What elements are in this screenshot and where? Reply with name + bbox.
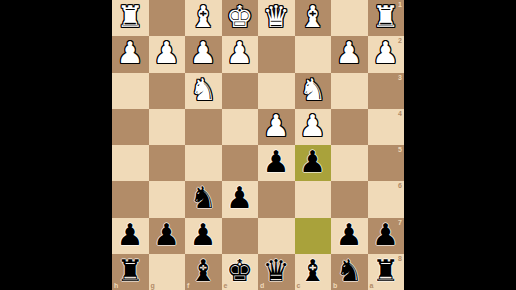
square-g8[interactable]: g <box>149 254 186 290</box>
square-b2[interactable]: ♟ <box>331 36 368 72</box>
white-pawn-g2[interactable]: ♟ <box>153 38 180 68</box>
square-f1[interactable]: ♝ <box>185 0 222 36</box>
rank-label-4: 4 <box>398 110 402 117</box>
black-bishop-f8[interactable]: ♝ <box>190 256 217 286</box>
rank-label-7: 7 <box>398 219 402 226</box>
rank-label-6: 6 <box>398 182 402 189</box>
file-label-d: d <box>260 282 264 289</box>
square-e4[interactable] <box>222 109 259 145</box>
square-c1[interactable]: ♝ <box>295 0 332 36</box>
square-h7[interactable]: ♟ <box>112 218 149 254</box>
square-f8[interactable]: ♝f <box>185 254 222 290</box>
file-label-e: e <box>224 282 228 289</box>
square-d2[interactable] <box>258 36 295 72</box>
square-g4[interactable] <box>149 109 186 145</box>
file-label-b: b <box>333 282 337 289</box>
square-c5[interactable]: ♟ <box>295 145 332 181</box>
white-rook-a1[interactable]: ♜ <box>372 2 399 32</box>
square-d7[interactable] <box>258 218 295 254</box>
white-pawn-f2[interactable]: ♟ <box>190 38 217 68</box>
square-h2[interactable]: ♟ <box>112 36 149 72</box>
file-label-h: h <box>114 282 118 289</box>
white-pawn-b2[interactable]: ♟ <box>336 38 363 68</box>
white-pawn-d4[interactable]: ♟ <box>263 111 290 141</box>
white-king-e1[interactable]: ♚ <box>226 2 253 32</box>
square-c7[interactable] <box>295 218 332 254</box>
square-a4[interactable]: 4 <box>368 109 405 145</box>
white-bishop-f1[interactable]: ♝ <box>190 2 217 32</box>
white-pawn-c4[interactable]: ♟ <box>299 111 326 141</box>
square-g2[interactable]: ♟ <box>149 36 186 72</box>
black-pawn-f7[interactable]: ♟ <box>190 220 217 250</box>
square-d3[interactable] <box>258 73 295 109</box>
square-d6[interactable] <box>258 181 295 217</box>
square-e5[interactable] <box>222 145 259 181</box>
square-g1[interactable] <box>149 0 186 36</box>
square-h8[interactable]: ♜h <box>112 254 149 290</box>
square-b1[interactable] <box>331 0 368 36</box>
square-e6[interactable]: ♟ <box>222 181 259 217</box>
square-a6[interactable]: 6 <box>368 181 405 217</box>
white-pawn-h2[interactable]: ♟ <box>117 38 144 68</box>
square-c2[interactable] <box>295 36 332 72</box>
square-f2[interactable]: ♟ <box>185 36 222 72</box>
white-knight-f3[interactable]: ♞ <box>190 75 217 105</box>
black-queen-d8[interactable]: ♛ <box>263 256 290 286</box>
square-e7[interactable] <box>222 218 259 254</box>
square-h6[interactable] <box>112 181 149 217</box>
square-h5[interactable] <box>112 145 149 181</box>
square-d5[interactable]: ♟ <box>258 145 295 181</box>
black-pawn-c5[interactable]: ♟ <box>299 147 326 177</box>
square-b8[interactable]: ♞b <box>331 254 368 290</box>
square-a7[interactable]: ♟7 <box>368 218 405 254</box>
square-b6[interactable] <box>331 181 368 217</box>
rank-label-8: 8 <box>398 255 402 262</box>
square-g6[interactable] <box>149 181 186 217</box>
square-g3[interactable] <box>149 73 186 109</box>
square-a8[interactable]: ♜8a <box>368 254 405 290</box>
white-pawn-a2[interactable]: ♟ <box>372 38 399 68</box>
black-knight-b8[interactable]: ♞ <box>336 256 363 286</box>
black-pawn-a7[interactable]: ♟ <box>372 220 399 250</box>
square-h3[interactable] <box>112 73 149 109</box>
square-a1[interactable]: ♜1 <box>368 0 405 36</box>
square-d4[interactable]: ♟ <box>258 109 295 145</box>
white-rook-h1[interactable]: ♜ <box>117 2 144 32</box>
black-knight-f6[interactable]: ♞ <box>190 183 217 213</box>
file-label-g: g <box>151 282 155 289</box>
white-bishop-c1[interactable]: ♝ <box>299 2 326 32</box>
black-rook-a8[interactable]: ♜ <box>372 256 399 286</box>
rank-label-5: 5 <box>398 146 402 153</box>
square-f6[interactable]: ♞ <box>185 181 222 217</box>
square-c6[interactable] <box>295 181 332 217</box>
square-c3[interactable]: ♞ <box>295 73 332 109</box>
square-g7[interactable]: ♟ <box>149 218 186 254</box>
square-e8[interactable]: ♚e <box>222 254 259 290</box>
square-b3[interactable] <box>331 73 368 109</box>
letterbox-background: ♜♝♚♛♝♜1♟♟♟♟♟♟2♞♞3♟♟4♟♟5♞♟6♟♟♟♟♟7♜hg♝f♚e♛… <box>0 0 516 290</box>
square-a3[interactable]: 3 <box>368 73 405 109</box>
white-queen-d1[interactable]: ♛ <box>263 2 290 32</box>
black-bishop-c8[interactable]: ♝ <box>299 256 326 286</box>
black-rook-h8[interactable]: ♜ <box>117 256 144 286</box>
black-pawn-e6[interactable]: ♟ <box>226 183 253 213</box>
square-b4[interactable] <box>331 109 368 145</box>
square-a2[interactable]: ♟2 <box>368 36 405 72</box>
square-e2[interactable]: ♟ <box>222 36 259 72</box>
black-pawn-b7[interactable]: ♟ <box>336 220 363 250</box>
file-label-a: a <box>370 282 374 289</box>
black-pawn-h7[interactable]: ♟ <box>117 220 144 250</box>
rank-label-3: 3 <box>398 74 402 81</box>
square-a5[interactable]: 5 <box>368 145 405 181</box>
square-d8[interactable]: ♛d <box>258 254 295 290</box>
rank-label-2: 2 <box>398 37 402 44</box>
square-f5[interactable] <box>185 145 222 181</box>
square-c4[interactable]: ♟ <box>295 109 332 145</box>
square-b7[interactable]: ♟ <box>331 218 368 254</box>
square-f7[interactable]: ♟ <box>185 218 222 254</box>
square-c8[interactable]: ♝c <box>295 254 332 290</box>
white-knight-c3[interactable]: ♞ <box>299 75 326 105</box>
square-f3[interactable]: ♞ <box>185 73 222 109</box>
file-label-f: f <box>187 282 189 289</box>
chess-board: ♜♝♚♛♝♜1♟♟♟♟♟♟2♞♞3♟♟4♟♟5♞♟6♟♟♟♟♟7♜hg♝f♚e♛… <box>112 0 404 290</box>
black-king-e8[interactable]: ♚ <box>226 256 253 286</box>
square-d1[interactable]: ♛ <box>258 0 295 36</box>
rank-label-1: 1 <box>398 1 402 8</box>
square-b5[interactable] <box>331 145 368 181</box>
file-label-c: c <box>297 282 301 289</box>
black-pawn-d5[interactable]: ♟ <box>263 147 290 177</box>
black-pawn-g7[interactable]: ♟ <box>153 220 180 250</box>
square-e3[interactable] <box>222 73 259 109</box>
square-f4[interactable] <box>185 109 222 145</box>
square-e1[interactable]: ♚ <box>222 0 259 36</box>
square-g5[interactable] <box>149 145 186 181</box>
white-pawn-e2[interactable]: ♟ <box>226 38 253 68</box>
square-h1[interactable]: ♜ <box>112 0 149 36</box>
square-h4[interactable] <box>112 109 149 145</box>
